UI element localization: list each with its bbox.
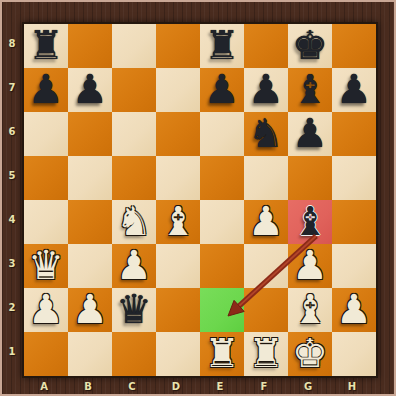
square-a6[interactable] <box>24 112 68 156</box>
square-h2[interactable]: ♟ <box>332 288 376 332</box>
piece-black-pawn-b7[interactable]: ♟ <box>72 69 108 109</box>
square-d8[interactable] <box>156 24 200 68</box>
rank-label-4: 4 <box>2 198 22 242</box>
square-b7[interactable]: ♟ <box>68 68 112 112</box>
square-g7[interactable]: ♝ <box>288 68 332 112</box>
square-c8[interactable] <box>112 24 156 68</box>
piece-white-bishop-d4[interactable]: ♝ <box>160 201 196 241</box>
piece-black-bishop-g4[interactable]: ♝ <box>292 201 328 241</box>
piece-white-rook-f1[interactable]: ♜ <box>248 333 284 373</box>
rank-label-1: 1 <box>2 330 22 374</box>
piece-white-pawn-b2[interactable]: ♟ <box>72 289 108 329</box>
square-g2[interactable]: ♝ <box>288 288 332 332</box>
square-c4[interactable]: ♞ <box>112 200 156 244</box>
square-d7[interactable] <box>156 68 200 112</box>
square-a1[interactable] <box>24 332 68 376</box>
piece-white-pawn-h2[interactable]: ♟ <box>336 289 372 329</box>
board-frame: ♜♜♚♟♟♟♟♝♟♞♟♞♝♟♝♛♟♟♟♟♛♝♟♜♜♚ 87654321ABCDE… <box>0 0 396 396</box>
square-b4[interactable] <box>68 200 112 244</box>
square-d3[interactable] <box>156 244 200 288</box>
piece-white-pawn-a2[interactable]: ♟ <box>28 289 64 329</box>
square-e5[interactable] <box>200 156 244 200</box>
square-h7[interactable]: ♟ <box>332 68 376 112</box>
square-c6[interactable] <box>112 112 156 156</box>
square-d1[interactable] <box>156 332 200 376</box>
piece-black-king-g8[interactable]: ♚ <box>292 25 328 65</box>
file-label-c: C <box>110 378 154 396</box>
square-a5[interactable] <box>24 156 68 200</box>
square-c5[interactable] <box>112 156 156 200</box>
square-d2[interactable] <box>156 288 200 332</box>
square-g5[interactable] <box>288 156 332 200</box>
square-h4[interactable] <box>332 200 376 244</box>
piece-white-queen-a3[interactable]: ♛ <box>28 245 64 285</box>
file-label-g: G <box>286 378 330 396</box>
piece-white-rook-e1[interactable]: ♜ <box>204 333 240 373</box>
square-f7[interactable]: ♟ <box>244 68 288 112</box>
piece-white-king-g1[interactable]: ♚ <box>292 333 328 373</box>
piece-black-rook-e8[interactable]: ♜ <box>204 25 240 65</box>
square-f1[interactable]: ♜ <box>244 332 288 376</box>
square-f4[interactable]: ♟ <box>244 200 288 244</box>
square-e8[interactable]: ♜ <box>200 24 244 68</box>
piece-black-pawn-h7[interactable]: ♟ <box>336 69 372 109</box>
square-b2[interactable]: ♟ <box>68 288 112 332</box>
rank-label-7: 7 <box>2 66 22 110</box>
piece-white-pawn-c3[interactable]: ♟ <box>116 245 152 285</box>
rank-label-8: 8 <box>2 22 22 66</box>
square-h6[interactable] <box>332 112 376 156</box>
rank-label-3: 3 <box>2 242 22 286</box>
square-d5[interactable] <box>156 156 200 200</box>
square-f2[interactable] <box>244 288 288 332</box>
square-g4[interactable]: ♝ <box>288 200 332 244</box>
square-b3[interactable] <box>68 244 112 288</box>
chess-board[interactable]: ♜♜♚♟♟♟♟♝♟♞♟♞♝♟♝♛♟♟♟♟♛♝♟♜♜♚ <box>22 22 378 378</box>
square-b1[interactable] <box>68 332 112 376</box>
piece-black-queen-c2[interactable]: ♛ <box>116 289 152 329</box>
square-g8[interactable]: ♚ <box>288 24 332 68</box>
file-label-d: D <box>154 378 198 396</box>
piece-white-pawn-g3[interactable]: ♟ <box>292 245 328 285</box>
square-a4[interactable] <box>24 200 68 244</box>
square-e1[interactable]: ♜ <box>200 332 244 376</box>
piece-black-pawn-a7[interactable]: ♟ <box>28 69 64 109</box>
file-label-h: H <box>330 378 374 396</box>
square-e4[interactable] <box>200 200 244 244</box>
square-g6[interactable]: ♟ <box>288 112 332 156</box>
square-e2[interactable] <box>200 288 244 332</box>
square-c1[interactable] <box>112 332 156 376</box>
square-a3[interactable]: ♛ <box>24 244 68 288</box>
square-g1[interactable]: ♚ <box>288 332 332 376</box>
square-h1[interactable] <box>332 332 376 376</box>
square-e3[interactable] <box>200 244 244 288</box>
square-a7[interactable]: ♟ <box>24 68 68 112</box>
file-label-f: F <box>242 378 286 396</box>
square-c3[interactable]: ♟ <box>112 244 156 288</box>
piece-black-bishop-g7[interactable]: ♝ <box>292 69 328 109</box>
rank-label-2: 2 <box>2 286 22 330</box>
rank-label-6: 6 <box>2 110 22 154</box>
file-label-b: B <box>66 378 110 396</box>
square-h5[interactable] <box>332 156 376 200</box>
square-e6[interactable] <box>200 112 244 156</box>
square-d4[interactable]: ♝ <box>156 200 200 244</box>
piece-black-pawn-f7[interactable]: ♟ <box>248 69 284 109</box>
piece-black-pawn-e7[interactable]: ♟ <box>204 69 240 109</box>
piece-black-pawn-g6[interactable]: ♟ <box>292 113 328 153</box>
square-d6[interactable] <box>156 112 200 156</box>
square-b6[interactable] <box>68 112 112 156</box>
file-label-e: E <box>198 378 242 396</box>
square-h8[interactable] <box>332 24 376 68</box>
square-f3[interactable] <box>244 244 288 288</box>
square-g3[interactable]: ♟ <box>288 244 332 288</box>
square-a8[interactable]: ♜ <box>24 24 68 68</box>
square-f5[interactable] <box>244 156 288 200</box>
square-f8[interactable] <box>244 24 288 68</box>
piece-white-pawn-f4[interactable]: ♟ <box>248 201 284 241</box>
file-label-a: A <box>22 378 66 396</box>
square-c2[interactable]: ♛ <box>112 288 156 332</box>
square-b8[interactable] <box>68 24 112 68</box>
square-h3[interactable] <box>332 244 376 288</box>
square-a2[interactable]: ♟ <box>24 288 68 332</box>
piece-white-bishop-g2[interactable]: ♝ <box>292 289 328 329</box>
square-b5[interactable] <box>68 156 112 200</box>
square-f6[interactable]: ♞ <box>244 112 288 156</box>
square-c7[interactable] <box>112 68 156 112</box>
square-e7[interactable]: ♟ <box>200 68 244 112</box>
piece-black-rook-a8[interactable]: ♜ <box>28 25 64 65</box>
piece-black-knight-f6[interactable]: ♞ <box>248 113 284 153</box>
rank-label-5: 5 <box>2 154 22 198</box>
piece-white-knight-c4[interactable]: ♞ <box>116 201 152 241</box>
